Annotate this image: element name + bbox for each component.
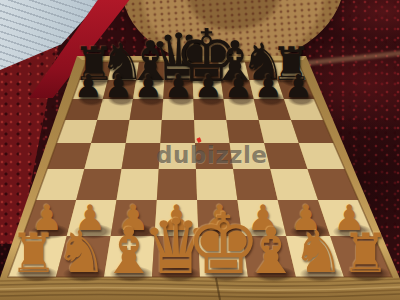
square-f7 xyxy=(221,80,254,99)
square-d3 xyxy=(157,169,197,200)
square-c8 xyxy=(136,62,165,80)
square-c7 xyxy=(133,80,164,99)
watermark: dubizzle xyxy=(156,142,267,168)
square-b8 xyxy=(108,62,139,80)
photo-canvas: dubizzle ♜♞♝♛♚♝♞♜♟♟♟♟♟♟♟♟♟♟♟♟♟♟♟♟♜♞♝♛♚♝♞… xyxy=(0,0,400,300)
square-d1 xyxy=(152,236,200,277)
square-f2 xyxy=(237,200,286,236)
square-e1 xyxy=(198,236,248,277)
square-b6 xyxy=(97,99,133,120)
square-c1 xyxy=(104,236,155,277)
square-c3 xyxy=(117,169,159,200)
square-e6 xyxy=(193,99,226,120)
square-d8 xyxy=(164,62,192,80)
square-d7 xyxy=(163,80,193,99)
square-e2 xyxy=(197,200,242,236)
square-e7 xyxy=(193,80,224,99)
square-c5 xyxy=(126,120,162,143)
square-d2 xyxy=(155,200,199,236)
square-c2 xyxy=(111,200,157,236)
square-f5 xyxy=(226,120,264,143)
square-c4 xyxy=(122,143,161,169)
board-frame-top-highlight xyxy=(77,56,306,60)
square-c6 xyxy=(130,99,164,120)
square-b4 xyxy=(84,143,125,169)
square-f3 xyxy=(233,169,278,200)
square-d5 xyxy=(160,120,195,143)
square-f6 xyxy=(224,99,259,120)
square-d6 xyxy=(162,99,194,120)
square-b7 xyxy=(103,80,136,99)
square-b5 xyxy=(91,120,129,143)
square-e8 xyxy=(192,62,221,80)
square-f8 xyxy=(219,62,250,80)
square-e3 xyxy=(196,169,237,200)
